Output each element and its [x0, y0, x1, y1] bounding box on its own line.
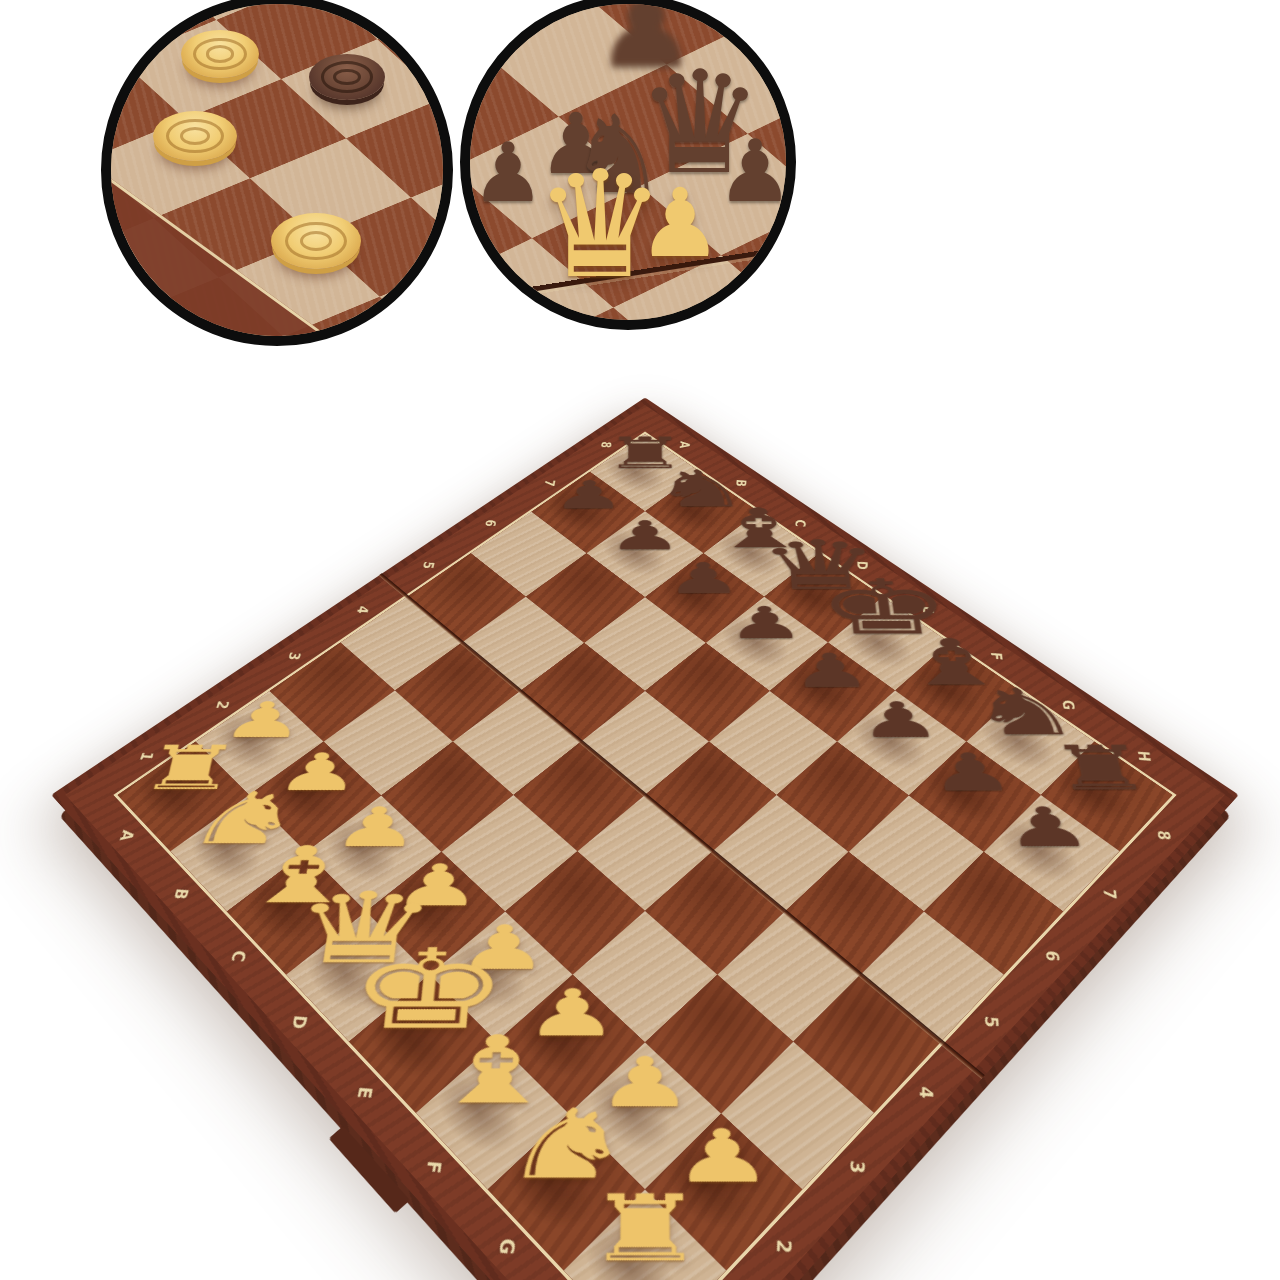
coord-rank-5-left: 5: [417, 558, 440, 574]
black-piece-glyph: ♟: [855, 696, 943, 745]
coord-rank-6-left: 6: [479, 516, 501, 531]
coord-rank-4-left: 4: [351, 601, 375, 617]
black-piece-glyph: ♜: [1045, 738, 1158, 799]
chess-board: 88AA77BB66CC55DD44EE33FF22GG11HH ♜♞♝♛♚♝♞…: [51, 397, 1239, 1280]
black-piece-glyph: ♟: [666, 557, 743, 599]
black-piece-glyph: ♟: [789, 647, 873, 694]
product-photo-page: ♟♟♟♞♛♟♛♟ 88AA77BB66CC55DD44EE33FF22GG11H…: [0, 0, 1280, 1280]
black-piece-glyph: ♟: [925, 747, 1018, 799]
black-piece-glyph: ♟: [607, 515, 682, 555]
black-piece-glyph: ♟: [726, 601, 807, 645]
black-piece-glyph: ♟: [552, 476, 626, 514]
yellow-queen-closeup-7: ♛: [534, 151, 667, 299]
